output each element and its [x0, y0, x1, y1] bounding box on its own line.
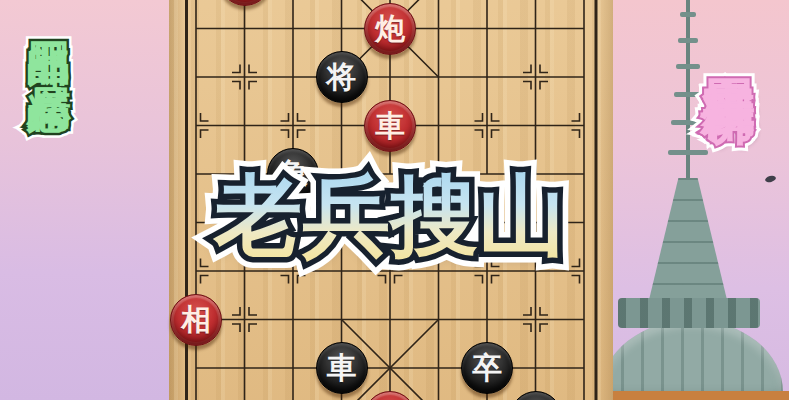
- piece-red-cannon[interactable]: 炮: [364, 3, 416, 55]
- piece-black-chariot[interactable]: 車: [316, 342, 368, 394]
- tower-tier: [674, 92, 702, 97]
- bird: [764, 175, 776, 183]
- piece-red-unknown[interactable]: [219, 0, 271, 6]
- right-banner: 实用残局精讲 实用残局精讲 实用残局精讲: [706, 33, 764, 400]
- piece-label: 炮: [375, 14, 405, 44]
- piece-label: 将: [327, 62, 357, 92]
- tower-tier: [668, 150, 708, 155]
- piece-red-elephant[interactable]: 相: [170, 294, 222, 346]
- tower-tier: [671, 120, 705, 125]
- thumbnail-stage: 四郎出品 必属精品 四郎出品 必属精品 四郎出品 必属精品: [0, 0, 789, 400]
- piece-red-chariot[interactable]: 車: [364, 100, 416, 152]
- title-text: 老兵搜山: [170, 158, 610, 274]
- piece-label: 車: [327, 353, 357, 383]
- left-banner-text: 四郎出品 必属精品: [31, 8, 79, 400]
- tower-tier: [680, 12, 696, 17]
- piece-black-general[interactable]: 将: [316, 51, 368, 103]
- piece-red-unknown[interactable]: [364, 391, 416, 400]
- left-sky: 四郎出品 必属精品 四郎出品 必属精品 四郎出品 必属精品: [0, 0, 169, 400]
- right-banner-text: 实用残局精讲: [706, 33, 764, 400]
- left-banner: 四郎出品 必属精品 四郎出品 必属精品 四郎出品 必属精品: [31, 8, 79, 400]
- piece-black-unknown[interactable]: [510, 391, 562, 400]
- piece-black-soldier[interactable]: 卒: [461, 342, 513, 394]
- piece-label: 車: [375, 111, 405, 141]
- right-sky: 实用残局精讲 实用残局精讲 实用残局精讲: [613, 0, 789, 400]
- title-overlay: 老兵搜山 老兵搜山 老兵搜山: [170, 158, 610, 274]
- tower-tier: [676, 64, 700, 69]
- piece-label: 相: [181, 305, 211, 335]
- piece-label: 卒: [472, 353, 502, 383]
